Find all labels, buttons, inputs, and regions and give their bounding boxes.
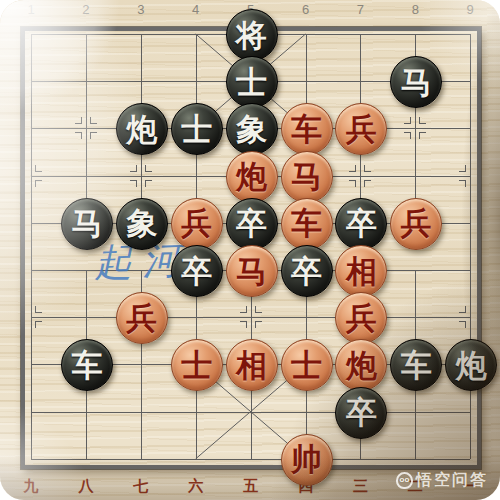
- piece-black-elephant[interactable]: 象: [226, 103, 278, 155]
- file-label-bottom-2: 八: [75, 477, 97, 496]
- piece-black-horse[interactable]: 马: [61, 198, 113, 250]
- brand-watermark: 悟空问答: [396, 470, 488, 491]
- file-label-top-7: 7: [349, 2, 371, 17]
- piece-red-soldier[interactable]: 兵: [390, 198, 442, 250]
- file-label-bottom-4: 六: [185, 477, 207, 496]
- piece-red-chariot[interactable]: 车: [281, 103, 333, 155]
- piece-red-cannon[interactable]: 炮: [226, 151, 278, 203]
- file-label-top-1: 1: [20, 2, 42, 17]
- file-label-bottom-5: 五: [240, 477, 262, 496]
- piece-black-cannon[interactable]: 炮: [116, 103, 168, 155]
- piece-red-elephant[interactable]: 相: [335, 245, 387, 297]
- wukong-logo-icon: [396, 472, 413, 489]
- piece-black-general[interactable]: 将: [226, 9, 278, 61]
- piece-red-general[interactable]: 帅: [281, 434, 333, 486]
- file-label-bottom-7: 三: [349, 477, 371, 496]
- piece-black-chariot[interactable]: 车: [61, 339, 113, 391]
- file-label-bottom-3: 七: [130, 477, 152, 496]
- file-label-top-4: 4: [185, 2, 207, 17]
- file-label-top-2: 2: [75, 2, 97, 17]
- xiangqi-board-card: 起河 123456789九八七六五四三二一 将士马炮士象车兵炮马马象兵卒车卒兵卒…: [0, 0, 500, 500]
- file-label-top-6: 6: [295, 2, 317, 17]
- piece-black-cannon[interactable]: 炮: [445, 339, 497, 391]
- piece-red-chariot[interactable]: 车: [281, 198, 333, 250]
- piece-red-horse[interactable]: 马: [281, 151, 333, 203]
- piece-black-soldier[interactable]: 卒: [335, 198, 387, 250]
- piece-red-advisor[interactable]: 士: [171, 339, 223, 391]
- piece-black-soldier[interactable]: 卒: [281, 245, 333, 297]
- piece-black-advisor[interactable]: 士: [171, 103, 223, 155]
- piece-red-soldier[interactable]: 兵: [171, 198, 223, 250]
- piece-black-elephant[interactable]: 象: [116, 198, 168, 250]
- piece-black-soldier[interactable]: 卒: [226, 198, 278, 250]
- file-label-top-8: 8: [404, 2, 426, 17]
- file-label-bottom-1: 九: [20, 477, 42, 496]
- piece-black-soldier[interactable]: 卒: [171, 245, 223, 297]
- piece-red-horse[interactable]: 马: [226, 245, 278, 297]
- piece-black-soldier[interactable]: 卒: [335, 387, 387, 439]
- piece-red-advisor[interactable]: 士: [281, 339, 333, 391]
- piece-red-soldier[interactable]: 兵: [116, 292, 168, 344]
- file-label-top-3: 3: [130, 2, 152, 17]
- piece-black-advisor[interactable]: 士: [226, 56, 278, 108]
- brand-watermark-text: 悟空问答: [416, 470, 488, 491]
- file-label-top-9: 9: [459, 2, 481, 17]
- piece-red-elephant[interactable]: 相: [226, 339, 278, 391]
